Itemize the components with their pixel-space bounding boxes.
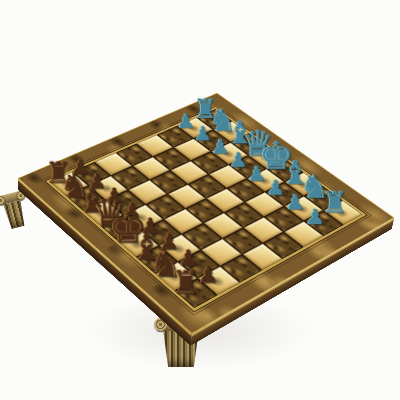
blue-pawn-f7[interactable]: ♟ <box>266 178 285 199</box>
blue-pawn-g7[interactable]: ♟ <box>285 192 304 213</box>
blue-pawn-b7[interactable]: ♟ <box>194 125 212 145</box>
chess-board: ♜♞♝♛♚♝♞♜♟♟♟♟♟♟♟♟♟♟♟♟♟♟♟♟♜♞♝♛♚♝♞♜ <box>59 51 354 346</box>
blue-pawn-d7[interactable]: ♟ <box>229 150 247 170</box>
board-tilt: ♜♞♝♛♚♝♞♜♟♟♟♟♟♟♟♟♟♟♟♟♟♟♟♟♜♞♝♛♚♝♞♜ <box>18 93 395 334</box>
board-marble-border: ♜♞♝♛♚♝♞♜♟♟♟♟♟♟♟♟♟♟♟♟♟♟♟♟♜♞♝♛♚♝♞♜ <box>18 93 395 334</box>
blue-pawn-e7[interactable]: ♟ <box>247 164 265 185</box>
square-d4[interactable] <box>167 184 205 208</box>
blue-pawn-a7[interactable]: ♟ <box>177 112 195 132</box>
chess-set-photo: ♜♞♝♛♚♝♞♜♟♟♟♟♟♟♟♟♟♟♟♟♟♟♟♟♜♞♝♛♚♝♞♜ <box>0 0 400 400</box>
bronze-pawn-h2[interactable]: ♟ <box>198 263 219 286</box>
blue-rook-h8[interactable]: ♜ <box>321 188 347 217</box>
bronze-rook-h1[interactable]: ♜ <box>171 267 200 299</box>
blue-pawn-c7[interactable]: ♟ <box>211 137 229 157</box>
foot-fluted-column <box>3 200 27 230</box>
blue-pawn-h7[interactable]: ♟ <box>305 207 324 228</box>
board-grid: ♜♞♝♛♚♝♞♜♟♟♟♟♟♟♟♟♟♟♟♟♟♟♟♟♜♞♝♛♚♝♞♜ <box>50 109 362 308</box>
square-h8[interactable]: ♜ <box>324 200 362 224</box>
